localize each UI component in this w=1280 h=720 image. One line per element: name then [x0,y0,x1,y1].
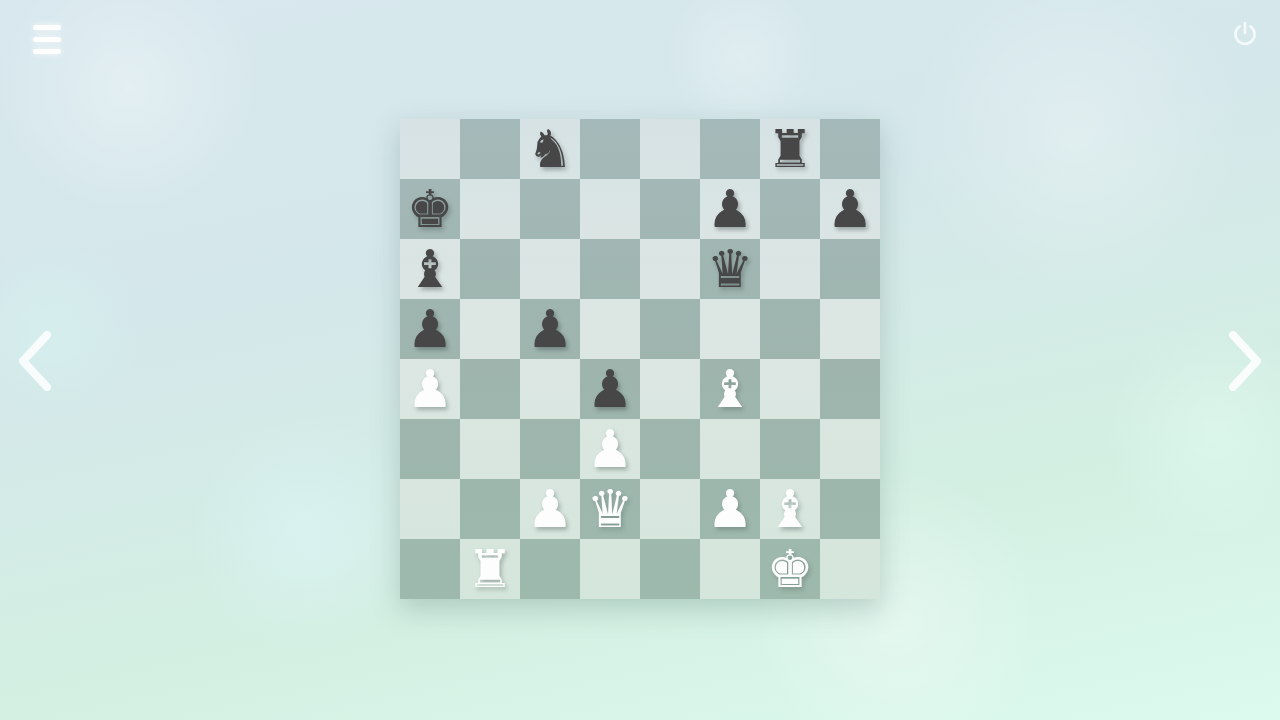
square-g2[interactable]: ♝ [760,479,820,539]
square-d1[interactable] [580,539,640,599]
square-b6[interactable] [460,239,520,299]
square-h4[interactable] [820,359,880,419]
square-e5[interactable] [640,299,700,359]
menu-button[interactable] [33,25,63,54]
square-f2[interactable]: ♟ [700,479,760,539]
piece-black-pawn[interactable]: ♟ [407,299,454,359]
square-g6[interactable] [760,239,820,299]
square-b2[interactable] [460,479,520,539]
square-d2[interactable]: ♛ [580,479,640,539]
square-f6[interactable]: ♛ [700,239,760,299]
square-c1[interactable] [520,539,580,599]
square-a3[interactable] [400,419,460,479]
square-d6[interactable] [580,239,640,299]
square-a2[interactable] [400,479,460,539]
square-b1[interactable]: ♜ [460,539,520,599]
square-b4[interactable] [460,359,520,419]
square-f1[interactable] [700,539,760,599]
piece-white-bishop[interactable]: ♝ [767,479,814,539]
square-e7[interactable] [640,179,700,239]
piece-white-rook[interactable]: ♜ [467,539,514,599]
square-h5[interactable] [820,299,880,359]
piece-black-bishop[interactable]: ♝ [407,239,454,299]
square-f4[interactable]: ♝ [700,359,760,419]
piece-black-king[interactable]: ♚ [407,179,454,239]
square-g4[interactable] [760,359,820,419]
piece-black-pawn[interactable]: ♟ [527,299,574,359]
square-e4[interactable] [640,359,700,419]
square-f3[interactable] [700,419,760,479]
piece-black-pawn[interactable]: ♟ [827,179,874,239]
square-e1[interactable] [640,539,700,599]
chevron-right-icon [1226,380,1264,395]
square-d4[interactable]: ♟ [580,359,640,419]
square-b5[interactable] [460,299,520,359]
square-c4[interactable] [520,359,580,419]
square-h6[interactable] [820,239,880,299]
piece-white-pawn[interactable]: ♟ [587,419,634,479]
piece-white-pawn[interactable]: ♟ [527,479,574,539]
square-c7[interactable] [520,179,580,239]
square-c8[interactable]: ♞ [520,119,580,179]
square-f5[interactable] [700,299,760,359]
square-h2[interactable] [820,479,880,539]
square-c5[interactable]: ♟ [520,299,580,359]
chess-board: ♞♜♚♟♟♝♛♟♟♟♟♝♟♟♛♟♝♜♚ [400,119,880,599]
square-e6[interactable] [640,239,700,299]
piece-white-pawn[interactable]: ♟ [407,359,454,419]
square-f8[interactable] [700,119,760,179]
square-h1[interactable] [820,539,880,599]
piece-white-king[interactable]: ♚ [767,539,814,599]
square-a8[interactable] [400,119,460,179]
square-h7[interactable]: ♟ [820,179,880,239]
piece-black-knight[interactable]: ♞ [527,119,574,179]
square-a7[interactable]: ♚ [400,179,460,239]
power-icon [1231,36,1259,51]
piece-black-rook[interactable]: ♜ [767,119,814,179]
next-puzzle-button[interactable] [1226,330,1264,392]
piece-black-pawn[interactable]: ♟ [707,179,754,239]
square-b8[interactable] [460,119,520,179]
square-a5[interactable]: ♟ [400,299,460,359]
square-g7[interactable] [760,179,820,239]
square-e2[interactable] [640,479,700,539]
square-g3[interactable] [760,419,820,479]
menu-icon [33,25,61,30]
square-b7[interactable] [460,179,520,239]
square-e8[interactable] [640,119,700,179]
power-button[interactable] [1231,20,1259,48]
square-d5[interactable] [580,299,640,359]
square-e3[interactable] [640,419,700,479]
piece-white-bishop[interactable]: ♝ [707,359,754,419]
chevron-left-icon [16,380,54,395]
square-g8[interactable]: ♜ [760,119,820,179]
square-c2[interactable]: ♟ [520,479,580,539]
square-a1[interactable] [400,539,460,599]
square-b3[interactable] [460,419,520,479]
square-h8[interactable] [820,119,880,179]
square-f7[interactable]: ♟ [700,179,760,239]
piece-white-pawn[interactable]: ♟ [707,479,754,539]
square-c6[interactable] [520,239,580,299]
piece-black-queen[interactable]: ♛ [707,239,754,299]
square-a4[interactable]: ♟ [400,359,460,419]
square-d3[interactable]: ♟ [580,419,640,479]
square-g1[interactable]: ♚ [760,539,820,599]
piece-black-pawn[interactable]: ♟ [587,359,634,419]
square-c3[interactable] [520,419,580,479]
square-d8[interactable] [580,119,640,179]
square-d7[interactable] [580,179,640,239]
square-h3[interactable] [820,419,880,479]
square-g5[interactable] [760,299,820,359]
square-a6[interactable]: ♝ [400,239,460,299]
piece-white-queen[interactable]: ♛ [587,479,634,539]
prev-puzzle-button[interactable] [16,330,54,392]
